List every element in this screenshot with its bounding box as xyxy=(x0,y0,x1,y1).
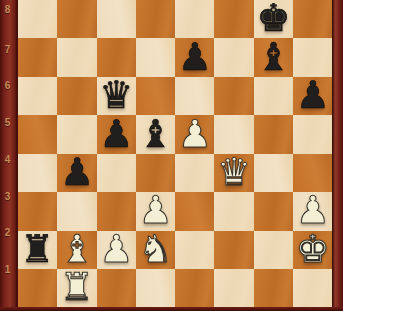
square-a1[interactable] xyxy=(18,269,57,307)
piece-black-bishop-g7[interactable]: ♝ xyxy=(256,38,290,76)
rank-label-3: 3 xyxy=(0,191,15,202)
square-g8[interactable]: ♚ xyxy=(254,0,293,38)
square-e5[interactable]: ♟ xyxy=(175,115,214,153)
square-f5[interactable] xyxy=(214,115,253,153)
rank-label-8: 8 xyxy=(0,4,15,15)
square-h4[interactable] xyxy=(293,154,332,192)
piece-white-pawn-d3[interactable]: ♟ xyxy=(139,191,173,229)
square-h3[interactable]: ♟ xyxy=(293,192,332,230)
piece-black-pawn-h6[interactable]: ♟ xyxy=(296,76,330,114)
square-g1[interactable] xyxy=(254,269,293,307)
square-d4[interactable] xyxy=(136,154,175,192)
square-d1[interactable] xyxy=(136,269,175,307)
square-g4[interactable] xyxy=(254,154,293,192)
square-a4[interactable] xyxy=(18,154,57,192)
square-c8[interactable] xyxy=(97,0,136,38)
piece-black-queen-c6[interactable]: ♛ xyxy=(99,76,133,114)
piece-black-pawn-e7[interactable]: ♟ xyxy=(178,38,212,76)
square-c1[interactable] xyxy=(97,269,136,307)
square-b8[interactable] xyxy=(57,0,96,38)
piece-white-bishop-b2[interactable]: ♝ xyxy=(60,230,94,268)
square-c4[interactable] xyxy=(97,154,136,192)
square-h8[interactable] xyxy=(293,0,332,38)
square-d6[interactable] xyxy=(136,77,175,115)
square-f2[interactable] xyxy=(214,231,253,269)
square-d3[interactable]: ♟ xyxy=(136,192,175,230)
rank-label-4: 4 xyxy=(0,154,15,165)
square-b1[interactable]: ♜ xyxy=(57,269,96,307)
square-g7[interactable]: ♝ xyxy=(254,38,293,76)
square-c7[interactable] xyxy=(97,38,136,76)
square-c3[interactable] xyxy=(97,192,136,230)
square-f3[interactable] xyxy=(214,192,253,230)
square-f7[interactable] xyxy=(214,38,253,76)
square-b4[interactable]: ♟ xyxy=(57,154,96,192)
piece-white-rook-b1[interactable]: ♜ xyxy=(60,268,94,306)
piece-white-knight-d2[interactable]: ♞ xyxy=(139,230,173,268)
square-d8[interactable] xyxy=(136,0,175,38)
piece-white-king-h2[interactable]: ♚ xyxy=(296,230,330,268)
square-e6[interactable] xyxy=(175,77,214,115)
square-a6[interactable] xyxy=(18,77,57,115)
rank-label-7: 7 xyxy=(0,44,15,55)
square-f8[interactable] xyxy=(214,0,253,38)
square-b3[interactable] xyxy=(57,192,96,230)
square-h7[interactable] xyxy=(293,38,332,76)
board-frame-left: 8 7 6 5 4 3 2 1 xyxy=(0,0,18,311)
square-h5[interactable] xyxy=(293,115,332,153)
square-g6[interactable] xyxy=(254,77,293,115)
square-e7[interactable]: ♟ xyxy=(175,38,214,76)
piece-black-pawn-b4[interactable]: ♟ xyxy=(60,153,94,191)
piece-white-pawn-e5[interactable]: ♟ xyxy=(178,115,212,153)
square-f6[interactable] xyxy=(214,77,253,115)
rank-label-5: 5 xyxy=(0,117,15,128)
square-e1[interactable] xyxy=(175,269,214,307)
square-c5[interactable]: ♟ xyxy=(97,115,136,153)
square-b6[interactable] xyxy=(57,77,96,115)
square-a2[interactable]: ♜ xyxy=(18,231,57,269)
square-a8[interactable] xyxy=(18,0,57,38)
square-a3[interactable] xyxy=(18,192,57,230)
square-h6[interactable]: ♟ xyxy=(293,77,332,115)
square-e8[interactable] xyxy=(175,0,214,38)
piece-white-pawn-h3[interactable]: ♟ xyxy=(296,191,330,229)
square-a5[interactable] xyxy=(18,115,57,153)
square-d5[interactable]: ♝ xyxy=(136,115,175,153)
square-c6[interactable]: ♛ xyxy=(97,77,136,115)
rank-label-1: 1 xyxy=(0,264,15,275)
square-b2[interactable]: ♝ xyxy=(57,231,96,269)
chessboard-diagram: 8 7 6 5 4 3 2 1 ♚♟♝♛♟♟♝♟♟♛♟♟♜♝♟♞♚♜ xyxy=(0,0,414,311)
rank-label-6: 6 xyxy=(0,80,15,91)
square-e4[interactable] xyxy=(175,154,214,192)
square-d2[interactable]: ♞ xyxy=(136,231,175,269)
square-g3[interactable] xyxy=(254,192,293,230)
board-frame-bottom xyxy=(0,307,343,311)
board-squares: ♚♟♝♛♟♟♝♟♟♛♟♟♜♝♟♞♚♜ xyxy=(18,0,332,308)
piece-white-pawn-c2[interactable]: ♟ xyxy=(99,230,133,268)
board-frame-right xyxy=(332,0,343,311)
square-e3[interactable] xyxy=(175,192,214,230)
piece-white-queen-f4[interactable]: ♛ xyxy=(217,153,251,191)
square-b5[interactable] xyxy=(57,115,96,153)
square-d7[interactable] xyxy=(136,38,175,76)
square-g5[interactable] xyxy=(254,115,293,153)
square-f1[interactable] xyxy=(214,269,253,307)
square-h1[interactable] xyxy=(293,269,332,307)
square-c2[interactable]: ♟ xyxy=(97,231,136,269)
rank-label-2: 2 xyxy=(0,227,15,238)
piece-black-rook-a2[interactable]: ♜ xyxy=(21,230,55,268)
piece-black-pawn-c5[interactable]: ♟ xyxy=(99,115,133,153)
square-g2[interactable] xyxy=(254,231,293,269)
square-a7[interactable] xyxy=(18,38,57,76)
piece-black-king-g8[interactable]: ♚ xyxy=(256,0,290,37)
square-e2[interactable] xyxy=(175,231,214,269)
square-h2[interactable]: ♚ xyxy=(293,231,332,269)
square-b7[interactable] xyxy=(57,38,96,76)
square-f4[interactable]: ♛ xyxy=(214,154,253,192)
piece-black-bishop-d5[interactable]: ♝ xyxy=(139,115,173,153)
